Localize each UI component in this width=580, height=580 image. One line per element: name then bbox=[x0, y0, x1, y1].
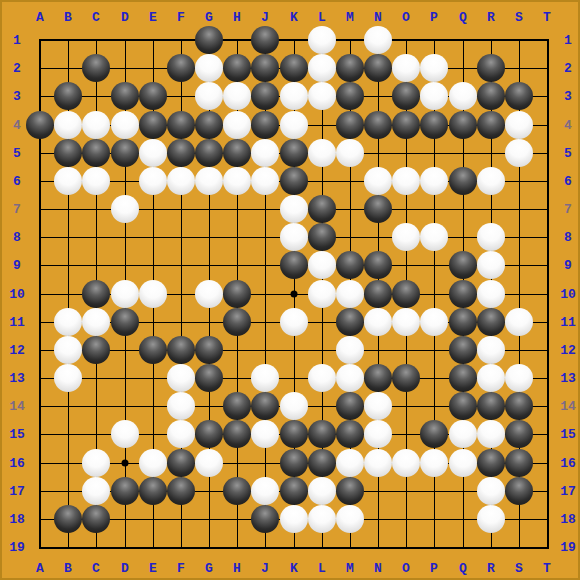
stone-white-D4[interactable] bbox=[111, 111, 139, 139]
stone-white-F14[interactable] bbox=[167, 392, 195, 420]
stone-white-M10[interactable] bbox=[336, 280, 364, 308]
stone-white-L18[interactable] bbox=[308, 505, 336, 533]
coord-top-S: S bbox=[515, 10, 523, 25]
stone-black-E12[interactable] bbox=[139, 336, 167, 364]
stone-white-N6[interactable] bbox=[364, 167, 392, 195]
coord-top-L: L bbox=[318, 10, 326, 25]
stone-white-G6[interactable] bbox=[195, 167, 223, 195]
stone-black-S16[interactable] bbox=[505, 449, 533, 477]
stone-black-Q11[interactable] bbox=[449, 308, 477, 336]
coord-left-16: 16 bbox=[9, 456, 25, 471]
stone-black-H2[interactable] bbox=[223, 54, 251, 82]
stone-white-N16[interactable] bbox=[364, 449, 392, 477]
stone-black-Q12[interactable] bbox=[449, 336, 477, 364]
stone-black-A4[interactable] bbox=[26, 111, 54, 139]
coord-left-13: 13 bbox=[9, 371, 25, 386]
stone-black-M15[interactable] bbox=[336, 420, 364, 448]
stone-white-K18[interactable] bbox=[280, 505, 308, 533]
stone-white-R8[interactable] bbox=[477, 223, 505, 251]
stone-white-O11[interactable] bbox=[392, 308, 420, 336]
stone-black-F17[interactable] bbox=[167, 477, 195, 505]
stone-white-C16[interactable] bbox=[82, 449, 110, 477]
stone-black-J18[interactable] bbox=[251, 505, 279, 533]
stone-black-B5[interactable] bbox=[54, 139, 82, 167]
stone-black-G1[interactable] bbox=[195, 26, 223, 54]
coord-left-9: 9 bbox=[13, 258, 21, 273]
stone-white-C17[interactable] bbox=[82, 477, 110, 505]
coord-top-J: J bbox=[261, 10, 269, 25]
coord-bottom-R: R bbox=[487, 561, 495, 576]
stone-black-Q10[interactable] bbox=[449, 280, 477, 308]
stone-black-P15[interactable] bbox=[420, 420, 448, 448]
stone-black-H11[interactable] bbox=[223, 308, 251, 336]
coord-bottom-P: P bbox=[430, 561, 438, 576]
coord-left-7: 7 bbox=[13, 202, 21, 217]
stone-white-O8[interactable] bbox=[392, 223, 420, 251]
coord-left-6: 6 bbox=[13, 174, 21, 189]
stone-black-E4[interactable] bbox=[139, 111, 167, 139]
stone-white-S13[interactable] bbox=[505, 364, 533, 392]
stone-black-R14[interactable] bbox=[477, 392, 505, 420]
stone-white-K11[interactable] bbox=[280, 308, 308, 336]
coord-right-2: 2 bbox=[564, 61, 572, 76]
coord-top-E: E bbox=[149, 10, 157, 25]
stone-black-O4[interactable] bbox=[392, 111, 420, 139]
stone-white-L2[interactable] bbox=[308, 54, 336, 82]
stone-black-O13[interactable] bbox=[392, 364, 420, 392]
stone-white-D7[interactable] bbox=[111, 195, 139, 223]
stone-white-J13[interactable] bbox=[251, 364, 279, 392]
stone-white-P16[interactable] bbox=[420, 449, 448, 477]
stone-white-L5[interactable] bbox=[308, 139, 336, 167]
coord-right-17: 17 bbox=[560, 484, 576, 499]
stone-black-N9[interactable] bbox=[364, 251, 392, 279]
stone-white-R6[interactable] bbox=[477, 167, 505, 195]
stone-black-S15[interactable] bbox=[505, 420, 533, 448]
coord-top-A: A bbox=[36, 10, 44, 25]
stone-white-B6[interactable] bbox=[54, 167, 82, 195]
stone-white-E10[interactable] bbox=[139, 280, 167, 308]
stone-black-F12[interactable] bbox=[167, 336, 195, 364]
stone-black-D17[interactable] bbox=[111, 477, 139, 505]
stone-black-G4[interactable] bbox=[195, 111, 223, 139]
stone-white-L9[interactable] bbox=[308, 251, 336, 279]
coord-left-2: 2 bbox=[13, 61, 21, 76]
stone-white-O6[interactable] bbox=[392, 167, 420, 195]
coord-right-9: 9 bbox=[564, 258, 572, 273]
stone-black-O3[interactable] bbox=[392, 82, 420, 110]
stone-black-N2[interactable] bbox=[364, 54, 392, 82]
stone-black-K15[interactable] bbox=[280, 420, 308, 448]
stone-white-P8[interactable] bbox=[420, 223, 448, 251]
stone-white-K3[interactable] bbox=[280, 82, 308, 110]
stone-black-H17[interactable] bbox=[223, 477, 251, 505]
stone-black-S3[interactable] bbox=[505, 82, 533, 110]
stone-white-C4[interactable] bbox=[82, 111, 110, 139]
coord-left-18: 18 bbox=[9, 512, 25, 527]
coord-left-8: 8 bbox=[13, 230, 21, 245]
stone-white-O16[interactable] bbox=[392, 449, 420, 477]
stone-black-M9[interactable] bbox=[336, 251, 364, 279]
coord-top-P: P bbox=[430, 10, 438, 25]
stone-white-P6[interactable] bbox=[420, 167, 448, 195]
stone-white-P2[interactable] bbox=[420, 54, 448, 82]
coord-bottom-A: A bbox=[36, 561, 44, 576]
stone-black-G12[interactable] bbox=[195, 336, 223, 364]
stone-black-M4[interactable] bbox=[336, 111, 364, 139]
stone-black-Q14[interactable] bbox=[449, 392, 477, 420]
coord-right-8: 8 bbox=[564, 230, 572, 245]
stone-white-G10[interactable] bbox=[195, 280, 223, 308]
stone-black-K17[interactable] bbox=[280, 477, 308, 505]
stone-black-F5[interactable] bbox=[167, 139, 195, 167]
stone-black-K2[interactable] bbox=[280, 54, 308, 82]
coord-right-1: 1 bbox=[564, 33, 572, 48]
stone-white-N11[interactable] bbox=[364, 308, 392, 336]
stone-white-Q16[interactable] bbox=[449, 449, 477, 477]
go-board[interactable]: AA11BB22CC33DD44EE55FF66GG77HH88JJ99KK10… bbox=[0, 0, 580, 580]
stone-white-H6[interactable] bbox=[223, 167, 251, 195]
stone-white-R13[interactable] bbox=[477, 364, 505, 392]
stone-white-D10[interactable] bbox=[111, 280, 139, 308]
stone-black-C12[interactable] bbox=[82, 336, 110, 364]
stone-black-O10[interactable] bbox=[392, 280, 420, 308]
coord-right-7: 7 bbox=[564, 202, 572, 217]
coord-right-12: 12 bbox=[560, 343, 576, 358]
coord-right-16: 16 bbox=[560, 456, 576, 471]
stone-white-J15[interactable] bbox=[251, 420, 279, 448]
stone-white-R15[interactable] bbox=[477, 420, 505, 448]
stone-white-C11[interactable] bbox=[82, 308, 110, 336]
coord-top-H: H bbox=[233, 10, 241, 25]
stone-black-J1[interactable] bbox=[251, 26, 279, 54]
stone-black-C2[interactable] bbox=[82, 54, 110, 82]
stone-black-D3[interactable] bbox=[111, 82, 139, 110]
stone-black-R2[interactable] bbox=[477, 54, 505, 82]
stone-white-P3[interactable] bbox=[420, 82, 448, 110]
stone-white-R10[interactable] bbox=[477, 280, 505, 308]
coord-top-K: K bbox=[290, 10, 298, 25]
coord-bottom-H: H bbox=[233, 561, 241, 576]
coord-right-4: 4 bbox=[564, 118, 572, 133]
coord-bottom-B: B bbox=[64, 561, 72, 576]
stone-white-P11[interactable] bbox=[420, 308, 448, 336]
stone-black-D11[interactable] bbox=[111, 308, 139, 336]
stone-black-R11[interactable] bbox=[477, 308, 505, 336]
stone-black-C18[interactable] bbox=[82, 505, 110, 533]
stone-black-L16[interactable] bbox=[308, 449, 336, 477]
stone-black-B18[interactable] bbox=[54, 505, 82, 533]
stone-white-L13[interactable] bbox=[308, 364, 336, 392]
stone-black-S14[interactable] bbox=[505, 392, 533, 420]
stone-white-M13[interactable] bbox=[336, 364, 364, 392]
stone-white-B13[interactable] bbox=[54, 364, 82, 392]
stone-white-F13[interactable] bbox=[167, 364, 195, 392]
stone-black-J14[interactable] bbox=[251, 392, 279, 420]
stone-black-G5[interactable] bbox=[195, 139, 223, 167]
stone-black-B3[interactable] bbox=[54, 82, 82, 110]
stone-black-G13[interactable] bbox=[195, 364, 223, 392]
stone-black-H5[interactable] bbox=[223, 139, 251, 167]
stone-white-F6[interactable] bbox=[167, 167, 195, 195]
coord-left-10: 10 bbox=[9, 287, 25, 302]
stone-white-K4[interactable] bbox=[280, 111, 308, 139]
coord-top-O: O bbox=[402, 10, 410, 25]
stone-black-Q4[interactable] bbox=[449, 111, 477, 139]
coord-right-5: 5 bbox=[564, 146, 572, 161]
coord-bottom-K: K bbox=[290, 561, 298, 576]
coord-left-12: 12 bbox=[9, 343, 25, 358]
stone-white-M16[interactable] bbox=[336, 449, 364, 477]
coord-left-17: 17 bbox=[9, 484, 25, 499]
coord-bottom-D: D bbox=[121, 561, 129, 576]
stone-white-G2[interactable] bbox=[195, 54, 223, 82]
stone-black-N4[interactable] bbox=[364, 111, 392, 139]
coord-right-6: 6 bbox=[564, 174, 572, 189]
stone-white-E6[interactable] bbox=[139, 167, 167, 195]
stone-white-R9[interactable] bbox=[477, 251, 505, 279]
coord-right-10: 10 bbox=[560, 287, 576, 302]
stone-white-N14[interactable] bbox=[364, 392, 392, 420]
stone-black-L15[interactable] bbox=[308, 420, 336, 448]
coord-left-4: 4 bbox=[13, 118, 21, 133]
stone-black-K5[interactable] bbox=[280, 139, 308, 167]
stone-white-L17[interactable] bbox=[308, 477, 336, 505]
stone-black-G15[interactable] bbox=[195, 420, 223, 448]
stone-black-J4[interactable] bbox=[251, 111, 279, 139]
stone-white-J6[interactable] bbox=[251, 167, 279, 195]
coord-right-13: 13 bbox=[560, 371, 576, 386]
coord-right-15: 15 bbox=[560, 427, 576, 442]
stone-black-E3[interactable] bbox=[139, 82, 167, 110]
coord-left-1: 1 bbox=[13, 33, 21, 48]
stone-white-K14[interactable] bbox=[280, 392, 308, 420]
coord-bottom-S: S bbox=[515, 561, 523, 576]
coord-bottom-T: T bbox=[543, 561, 551, 576]
stone-white-Q15[interactable] bbox=[449, 420, 477, 448]
stone-black-D5[interactable] bbox=[111, 139, 139, 167]
stone-black-Q13[interactable] bbox=[449, 364, 477, 392]
stone-black-N10[interactable] bbox=[364, 280, 392, 308]
stone-black-M14[interactable] bbox=[336, 392, 364, 420]
coord-right-19: 19 bbox=[560, 540, 576, 555]
stone-black-M11[interactable] bbox=[336, 308, 364, 336]
stone-white-C6[interactable] bbox=[82, 167, 110, 195]
stone-black-R16[interactable] bbox=[477, 449, 505, 477]
stone-black-F4[interactable] bbox=[167, 111, 195, 139]
coord-top-M: M bbox=[346, 10, 354, 25]
coord-left-14: 14 bbox=[9, 399, 25, 414]
stone-white-B4[interactable] bbox=[54, 111, 82, 139]
stone-black-N13[interactable] bbox=[364, 364, 392, 392]
stone-black-S17[interactable] bbox=[505, 477, 533, 505]
stone-white-S4[interactable] bbox=[505, 111, 533, 139]
coord-right-11: 11 bbox=[560, 315, 576, 330]
stone-white-N1[interactable] bbox=[364, 26, 392, 54]
coord-left-19: 19 bbox=[9, 540, 25, 555]
stone-white-R18[interactable] bbox=[477, 505, 505, 533]
stone-black-J3[interactable] bbox=[251, 82, 279, 110]
stone-black-M3[interactable] bbox=[336, 82, 364, 110]
stone-white-R12[interactable] bbox=[477, 336, 505, 364]
stone-black-H15[interactable] bbox=[223, 420, 251, 448]
stone-black-J2[interactable] bbox=[251, 54, 279, 82]
coord-bottom-L: L bbox=[318, 561, 326, 576]
coord-bottom-G: G bbox=[205, 561, 213, 576]
stone-black-C10[interactable] bbox=[82, 280, 110, 308]
coord-bottom-C: C bbox=[92, 561, 100, 576]
stone-white-N15[interactable] bbox=[364, 420, 392, 448]
stone-black-K9[interactable] bbox=[280, 251, 308, 279]
stone-white-G3[interactable] bbox=[195, 82, 223, 110]
coord-right-18: 18 bbox=[560, 512, 576, 527]
stone-white-D15[interactable] bbox=[111, 420, 139, 448]
stone-white-F15[interactable] bbox=[167, 420, 195, 448]
stone-black-Q6[interactable] bbox=[449, 167, 477, 195]
coord-top-R: R bbox=[487, 10, 495, 25]
stone-black-Q9[interactable] bbox=[449, 251, 477, 279]
coord-top-D: D bbox=[121, 10, 129, 25]
stone-black-R4[interactable] bbox=[477, 111, 505, 139]
stone-black-C5[interactable] bbox=[82, 139, 110, 167]
coord-bottom-J: J bbox=[261, 561, 269, 576]
coord-top-Q: Q bbox=[459, 10, 467, 25]
stone-white-E5[interactable] bbox=[139, 139, 167, 167]
stone-black-K16[interactable] bbox=[280, 449, 308, 477]
stone-white-S11[interactable] bbox=[505, 308, 533, 336]
coord-bottom-Q: Q bbox=[459, 561, 467, 576]
coord-bottom-F: F bbox=[177, 561, 185, 576]
coord-left-5: 5 bbox=[13, 146, 21, 161]
stone-black-L8[interactable] bbox=[308, 223, 336, 251]
stone-white-H4[interactable] bbox=[223, 111, 251, 139]
stone-white-M18[interactable] bbox=[336, 505, 364, 533]
coord-bottom-N: N bbox=[374, 561, 382, 576]
stone-white-O2[interactable] bbox=[392, 54, 420, 82]
stone-white-M5[interactable] bbox=[336, 139, 364, 167]
coord-bottom-M: M bbox=[346, 561, 354, 576]
coord-right-3: 3 bbox=[564, 89, 572, 104]
stone-white-E16[interactable] bbox=[139, 449, 167, 477]
stone-white-L10[interactable] bbox=[308, 280, 336, 308]
coord-top-T: T bbox=[543, 10, 551, 25]
coord-left-15: 15 bbox=[9, 427, 25, 442]
stone-white-Q3[interactable] bbox=[449, 82, 477, 110]
stone-white-K8[interactable] bbox=[280, 223, 308, 251]
stone-white-B12[interactable] bbox=[54, 336, 82, 364]
stone-white-K7[interactable] bbox=[280, 195, 308, 223]
stone-white-B11[interactable] bbox=[54, 308, 82, 336]
stone-black-R3[interactable] bbox=[477, 82, 505, 110]
stone-black-M2[interactable] bbox=[336, 54, 364, 82]
coord-top-N: N bbox=[374, 10, 382, 25]
stone-white-J5[interactable] bbox=[251, 139, 279, 167]
stone-black-H14[interactable] bbox=[223, 392, 251, 420]
stone-black-F2[interactable] bbox=[167, 54, 195, 82]
stone-white-R17[interactable] bbox=[477, 477, 505, 505]
coord-top-F: F bbox=[177, 10, 185, 25]
coord-left-3: 3 bbox=[13, 89, 21, 104]
coord-top-G: G bbox=[205, 10, 213, 25]
stone-white-S5[interactable] bbox=[505, 139, 533, 167]
coord-left-11: 11 bbox=[9, 315, 25, 330]
stone-white-G16[interactable] bbox=[195, 449, 223, 477]
stone-white-L1[interactable] bbox=[308, 26, 336, 54]
coord-top-B: B bbox=[64, 10, 72, 25]
stone-black-H10[interactable] bbox=[223, 280, 251, 308]
stone-white-J17[interactable] bbox=[251, 477, 279, 505]
coord-top-C: C bbox=[92, 10, 100, 25]
stone-black-M17[interactable] bbox=[336, 477, 364, 505]
stone-black-K6[interactable] bbox=[280, 167, 308, 195]
stone-black-F16[interactable] bbox=[167, 449, 195, 477]
stone-black-L7[interactable] bbox=[308, 195, 336, 223]
coord-right-14: 14 bbox=[560, 399, 576, 414]
star-point-K10 bbox=[291, 291, 298, 298]
coord-bottom-E: E bbox=[149, 561, 157, 576]
stone-black-E17[interactable] bbox=[139, 477, 167, 505]
stone-black-N7[interactable] bbox=[364, 195, 392, 223]
stone-white-M12[interactable] bbox=[336, 336, 364, 364]
coord-bottom-O: O bbox=[402, 561, 410, 576]
stone-white-H3[interactable] bbox=[223, 82, 251, 110]
star-point-D16 bbox=[122, 460, 129, 467]
stone-black-P4[interactable] bbox=[420, 111, 448, 139]
stone-white-L3[interactable] bbox=[308, 82, 336, 110]
